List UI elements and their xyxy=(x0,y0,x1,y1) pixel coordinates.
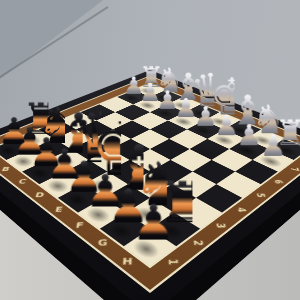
photo-canvas: ♜♞♝♛♚♝♞♜♟♟♟♟♟♟♟♟♜♞♝♛♚♝♞♜♟♟♟♟♟♟♟♟ ABCDEFG… xyxy=(0,0,300,300)
black-pawn-glyph: ♟ xyxy=(131,201,168,246)
white-pawn-glyph: ♟ xyxy=(259,132,288,160)
